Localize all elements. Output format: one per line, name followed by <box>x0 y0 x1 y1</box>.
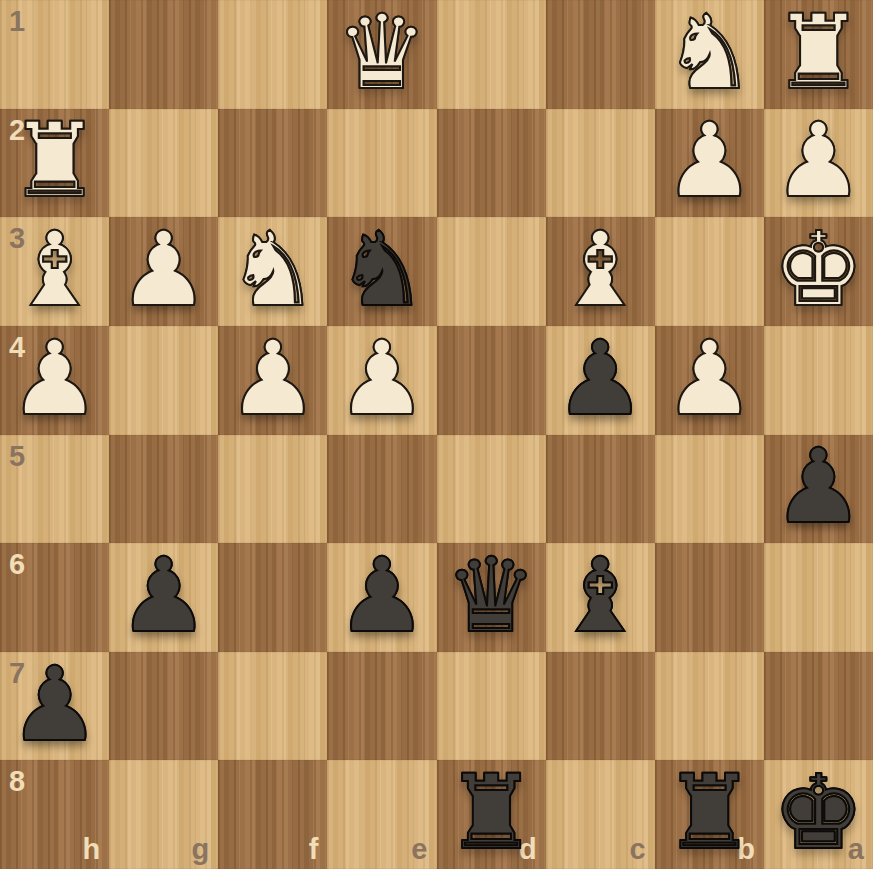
square-c6[interactable]: ♝ <box>546 543 655 652</box>
square-c2[interactable] <box>546 109 655 218</box>
square-e4[interactable]: ♟ <box>327 326 436 435</box>
piece-black-queen-icon[interactable]: ♛ <box>445 544 537 647</box>
piece-white-king-icon[interactable]: ♚ <box>772 218 864 321</box>
square-b8[interactable]: b♜ <box>655 760 764 869</box>
square-h6[interactable]: 6 <box>0 543 109 652</box>
piece-black-pawn-icon[interactable]: ♟ <box>8 653 100 756</box>
square-h2[interactable]: 2♜ <box>0 109 109 218</box>
piece-white-bishop-icon[interactable]: ♝ <box>8 218 100 321</box>
square-h7[interactable]: 7♟ <box>0 652 109 761</box>
square-f6[interactable] <box>218 543 327 652</box>
piece-white-pawn-icon[interactable]: ♟ <box>336 327 428 430</box>
piece-black-rook-icon[interactable]: ♜ <box>445 761 537 864</box>
rank-label-8: 8 <box>9 767 25 796</box>
square-g1[interactable] <box>109 0 218 109</box>
square-c8[interactable]: c <box>546 760 655 869</box>
square-d1[interactable] <box>437 0 546 109</box>
square-f3[interactable]: ♞ <box>218 217 327 326</box>
piece-black-pawn-icon[interactable]: ♟ <box>772 435 864 538</box>
square-e2[interactable] <box>327 109 436 218</box>
square-a4[interactable] <box>764 326 873 435</box>
square-h5[interactable]: 5 <box>0 435 109 544</box>
square-a5[interactable]: ♟ <box>764 435 873 544</box>
file-label-e: e <box>411 835 427 864</box>
piece-white-pawn-icon[interactable]: ♟ <box>8 327 100 430</box>
square-d8[interactable]: d♜ <box>437 760 546 869</box>
square-b3[interactable] <box>655 217 764 326</box>
piece-white-knight-icon[interactable]: ♞ <box>663 1 755 104</box>
square-a3[interactable]: ♚ <box>764 217 873 326</box>
square-f1[interactable] <box>218 0 327 109</box>
square-e3[interactable]: ♞ <box>327 217 436 326</box>
square-a8[interactable]: a♚ <box>764 760 873 869</box>
square-g5[interactable] <box>109 435 218 544</box>
square-b2[interactable]: ♟ <box>655 109 764 218</box>
square-g6[interactable]: ♟ <box>109 543 218 652</box>
square-e5[interactable] <box>327 435 436 544</box>
square-f4[interactable]: ♟ <box>218 326 327 435</box>
square-e8[interactable]: e <box>327 760 436 869</box>
square-d3[interactable] <box>437 217 546 326</box>
square-f8[interactable]: f <box>218 760 327 869</box>
file-label-f: f <box>309 835 319 864</box>
piece-white-bishop-icon[interactable]: ♝ <box>554 218 646 321</box>
square-e6[interactable]: ♟ <box>327 543 436 652</box>
piece-white-rook-icon[interactable]: ♜ <box>8 109 100 212</box>
square-e1[interactable]: ♛ <box>327 0 436 109</box>
square-h8[interactable]: 8h <box>0 760 109 869</box>
square-g8[interactable]: g <box>109 760 218 869</box>
board-wrapper: 1♛♞♜2♜♟♟3♝♟♞♞♝♚4♟♟♟♟♟5♟6♟♟♛♝7♟8hgfed♜cb♜… <box>0 0 873 869</box>
piece-white-pawn-icon[interactable]: ♟ <box>118 218 210 321</box>
piece-white-pawn-icon[interactable]: ♟ <box>663 109 755 212</box>
piece-white-knight-icon[interactable]: ♞ <box>227 218 319 321</box>
piece-white-queen-icon[interactable]: ♛ <box>336 1 428 104</box>
square-d6[interactable]: ♛ <box>437 543 546 652</box>
square-b6[interactable] <box>655 543 764 652</box>
rank-label-6: 6 <box>9 550 25 579</box>
file-label-g: g <box>192 835 210 864</box>
piece-white-pawn-icon[interactable]: ♟ <box>772 109 864 212</box>
piece-black-king-icon[interactable]: ♚ <box>772 761 864 864</box>
square-b5[interactable] <box>655 435 764 544</box>
square-g2[interactable] <box>109 109 218 218</box>
piece-white-pawn-icon[interactable]: ♟ <box>227 327 319 430</box>
square-c4[interactable]: ♟ <box>546 326 655 435</box>
square-d5[interactable] <box>437 435 546 544</box>
rank-label-5: 5 <box>9 442 25 471</box>
piece-black-bishop-icon[interactable]: ♝ <box>554 544 646 647</box>
piece-black-knight-icon[interactable]: ♞ <box>336 218 428 321</box>
square-a1[interactable]: ♜ <box>764 0 873 109</box>
square-f7[interactable] <box>218 652 327 761</box>
square-d7[interactable] <box>437 652 546 761</box>
square-d2[interactable] <box>437 109 546 218</box>
square-g3[interactable]: ♟ <box>109 217 218 326</box>
piece-black-pawn-icon[interactable]: ♟ <box>118 544 210 647</box>
file-label-h: h <box>82 835 100 864</box>
square-f2[interactable] <box>218 109 327 218</box>
square-h4[interactable]: 4♟ <box>0 326 109 435</box>
square-c1[interactable] <box>546 0 655 109</box>
chess-board: 1♛♞♜2♜♟♟3♝♟♞♞♝♚4♟♟♟♟♟5♟6♟♟♛♝7♟8hgfed♜cb♜… <box>0 0 873 869</box>
piece-white-pawn-icon[interactable]: ♟ <box>663 327 755 430</box>
piece-black-pawn-icon[interactable]: ♟ <box>336 544 428 647</box>
square-a2[interactable]: ♟ <box>764 109 873 218</box>
square-c7[interactable] <box>546 652 655 761</box>
square-h1[interactable]: 1 <box>0 0 109 109</box>
square-g4[interactable] <box>109 326 218 435</box>
square-b4[interactable]: ♟ <box>655 326 764 435</box>
piece-black-pawn-icon[interactable]: ♟ <box>554 327 646 430</box>
square-h3[interactable]: 3♝ <box>0 217 109 326</box>
piece-black-rook-icon[interactable]: ♜ <box>663 761 755 864</box>
square-c3[interactable]: ♝ <box>546 217 655 326</box>
square-a7[interactable] <box>764 652 873 761</box>
square-c5[interactable] <box>546 435 655 544</box>
square-d4[interactable] <box>437 326 546 435</box>
square-g7[interactable] <box>109 652 218 761</box>
square-a6[interactable] <box>764 543 873 652</box>
square-b1[interactable]: ♞ <box>655 0 764 109</box>
square-f5[interactable] <box>218 435 327 544</box>
piece-white-rook-icon[interactable]: ♜ <box>772 1 864 104</box>
rank-label-1: 1 <box>9 7 25 36</box>
file-label-c: c <box>630 835 646 864</box>
square-e7[interactable] <box>327 652 436 761</box>
square-b7[interactable] <box>655 652 764 761</box>
